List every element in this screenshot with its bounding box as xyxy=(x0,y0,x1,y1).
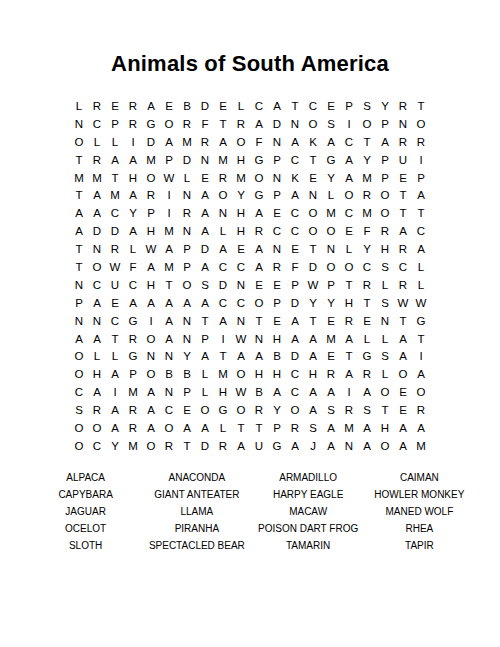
grid-cell: N xyxy=(214,205,232,223)
grid-cell: E xyxy=(214,98,232,116)
grid-cell: P xyxy=(178,241,196,259)
grid-cell: Y xyxy=(358,241,376,259)
grid-cell: U xyxy=(250,438,268,456)
grid-cell: Y xyxy=(322,295,340,313)
grid-cell: R xyxy=(268,259,286,277)
grid-cell: J xyxy=(304,438,322,456)
grid-cell: S xyxy=(376,259,394,277)
grid-cell: O xyxy=(376,187,394,205)
grid-cell: I xyxy=(412,348,430,366)
grid-cell: G xyxy=(322,152,340,170)
grid-cell: A xyxy=(322,438,340,456)
grid-cell: A xyxy=(358,420,376,438)
grid-cell: G xyxy=(124,348,142,366)
grid-cell: L xyxy=(376,331,394,349)
grid-cell: A xyxy=(106,402,124,420)
grid-cell: A xyxy=(286,134,304,152)
grid-cell: A xyxy=(214,134,232,152)
grid-cell: T xyxy=(412,205,430,223)
grid-cell: D xyxy=(268,116,286,134)
grid-cell: O xyxy=(304,223,322,241)
grid-cell: E xyxy=(394,384,412,402)
grid-cell: E xyxy=(322,98,340,116)
grid-cell: T xyxy=(178,438,196,456)
grid-cell: H xyxy=(232,152,250,170)
grid-cell: A xyxy=(142,420,160,438)
grid-cell: L xyxy=(412,259,430,277)
grid-cell: R xyxy=(358,187,376,205)
grid-cell: A xyxy=(250,205,268,223)
grid-cell: A xyxy=(142,259,160,277)
grid-cell: A xyxy=(70,205,88,223)
grid-cell: W xyxy=(232,384,250,402)
grid-cell: E xyxy=(250,277,268,295)
grid-cell: K xyxy=(304,134,322,152)
grid-cell: W xyxy=(142,241,160,259)
grid-cell: M xyxy=(214,366,232,384)
grid-cell: C xyxy=(88,277,106,295)
grid-cell: O xyxy=(178,277,196,295)
grid-cell: T xyxy=(106,331,124,349)
grid-cell: N xyxy=(142,348,160,366)
grid-cell: L xyxy=(88,134,106,152)
grid-cell: E xyxy=(358,313,376,331)
grid-cell: I xyxy=(340,116,358,134)
word-list-item: ARMADILLO xyxy=(253,469,364,486)
grid-cell: O xyxy=(376,205,394,223)
grid-cell: C xyxy=(214,259,232,277)
grid-cell: R xyxy=(340,313,358,331)
grid-cell: W xyxy=(160,170,178,188)
grid-cell: T xyxy=(70,187,88,205)
grid-cell: W xyxy=(232,331,250,349)
grid-cell: R xyxy=(160,438,178,456)
grid-cell: A xyxy=(394,420,412,438)
grid-cell: A xyxy=(70,331,88,349)
grid-cell: T xyxy=(160,277,178,295)
grid-cell: S xyxy=(322,402,340,420)
grid-cell: Y xyxy=(322,170,340,188)
grid-cell: D xyxy=(88,223,106,241)
word-list-item: MANED WOLF xyxy=(364,503,475,520)
grid-cell: I xyxy=(106,384,124,402)
grid-cell: C xyxy=(106,313,124,331)
grid-cell: T xyxy=(250,313,268,331)
grid-cell: P xyxy=(70,295,88,313)
grid-cell: A xyxy=(322,384,340,402)
grid-cell: M xyxy=(70,170,88,188)
grid-cell: C xyxy=(88,116,106,134)
grid-cell: W xyxy=(106,259,124,277)
grid-cell: U xyxy=(106,277,124,295)
grid-cell: E xyxy=(304,170,322,188)
grid-cell: M xyxy=(322,331,340,349)
grid-cell: P xyxy=(268,420,286,438)
grid-cell: L xyxy=(124,241,142,259)
grid-cell: O xyxy=(322,223,340,241)
word-list-item: TAPIR xyxy=(364,537,475,554)
grid-cell: A xyxy=(196,205,214,223)
grid-cell: R xyxy=(250,402,268,420)
word-list-item: RHEA xyxy=(364,520,475,537)
grid-cell: T xyxy=(232,420,250,438)
grid-cell: R xyxy=(88,402,106,420)
grid-cell: G xyxy=(214,402,232,420)
grid-cell: A xyxy=(88,205,106,223)
grid-cell: N xyxy=(70,116,88,134)
grid-cell: M xyxy=(160,259,178,277)
grid-cell: R xyxy=(376,223,394,241)
grid-cell: R xyxy=(196,134,214,152)
grid-cell: L xyxy=(412,277,430,295)
grid-cell: A xyxy=(376,134,394,152)
grid-cell: H xyxy=(142,277,160,295)
grid-cell: C xyxy=(286,152,304,170)
grid-cell: C xyxy=(124,277,142,295)
grid-cell: A xyxy=(88,331,106,349)
grid-cell: R xyxy=(286,420,304,438)
grid-cell: Y xyxy=(178,348,196,366)
grid-cell: D xyxy=(178,152,196,170)
grid-cell: A xyxy=(250,348,268,366)
grid-cell: L xyxy=(178,170,196,188)
grid-cell: G xyxy=(412,313,430,331)
grid-cell: A xyxy=(106,366,124,384)
grid-cell: G xyxy=(142,116,160,134)
grid-cell: P xyxy=(196,331,214,349)
grid-cell: E xyxy=(232,241,250,259)
grid-cell: E xyxy=(106,98,124,116)
grid-cell: M xyxy=(322,205,340,223)
grid-cell: H xyxy=(232,205,250,223)
grid-cell: I xyxy=(412,152,430,170)
grid-cell: O xyxy=(88,420,106,438)
grid-cell: O xyxy=(70,366,88,384)
grid-cell: A xyxy=(340,152,358,170)
grid-cell: R xyxy=(124,331,142,349)
word-list-item: POISON DART FROG xyxy=(253,520,364,537)
grid-cell: E xyxy=(394,402,412,420)
grid-cell: O xyxy=(394,366,412,384)
grid-cell: A xyxy=(160,331,178,349)
grid-cell: B xyxy=(178,98,196,116)
grid-cell: A xyxy=(358,384,376,402)
grid-cell: P xyxy=(376,152,394,170)
grid-cell: C xyxy=(394,259,412,277)
grid-cell: O xyxy=(142,438,160,456)
grid-cell: H xyxy=(268,331,286,349)
grid-cell: M xyxy=(358,170,376,188)
grid-cell: R xyxy=(250,223,268,241)
grid-cell: M xyxy=(88,170,106,188)
grid-cell: E xyxy=(340,223,358,241)
grid-cell: L xyxy=(376,277,394,295)
grid-cell: O xyxy=(88,259,106,277)
grid-cell: H xyxy=(340,295,358,313)
grid-cell: O xyxy=(412,384,430,402)
grid-cell: C xyxy=(232,295,250,313)
grid-cell: A xyxy=(412,366,430,384)
grid-cell: R xyxy=(124,98,142,116)
grid-cell: E xyxy=(322,313,340,331)
grid-cell: P xyxy=(142,205,160,223)
grid-cell: A xyxy=(394,348,412,366)
grid-cell: W xyxy=(412,295,430,313)
grid-cell: L xyxy=(88,348,106,366)
grid-cell: A xyxy=(232,438,250,456)
grid-cell: F xyxy=(124,259,142,277)
grid-cell: A xyxy=(214,241,232,259)
word-list-item: OCELOT xyxy=(30,520,141,537)
grid-cell: R xyxy=(232,116,250,134)
grid-cell: R xyxy=(322,366,340,384)
grid-cell: E xyxy=(268,313,286,331)
grid-cell: W xyxy=(304,277,322,295)
grid-cell: R xyxy=(394,277,412,295)
grid-cell: L xyxy=(214,420,232,438)
grid-cell: A xyxy=(88,295,106,313)
grid-cell: N xyxy=(160,348,178,366)
grid-cell: R xyxy=(412,134,430,152)
grid-cell: N xyxy=(286,116,304,134)
grid-cell: L xyxy=(376,366,394,384)
grid-cell: A xyxy=(196,295,214,313)
grid-cell: A xyxy=(412,241,430,259)
word-list-item: CAPYBARA xyxy=(30,486,141,503)
grid-cell: P xyxy=(268,187,286,205)
grid-cell: L xyxy=(106,348,124,366)
grid-cell: T xyxy=(304,241,322,259)
grid-cell: C xyxy=(340,205,358,223)
grid-cell: L xyxy=(358,331,376,349)
grid-cell: H xyxy=(268,366,286,384)
grid-cell: P xyxy=(178,259,196,277)
grid-cell: C xyxy=(358,259,376,277)
grid-cell: N xyxy=(178,223,196,241)
grid-cell: A xyxy=(142,402,160,420)
grid-cell: N xyxy=(268,134,286,152)
grid-cell: P xyxy=(178,384,196,402)
grid-cell: A xyxy=(412,420,430,438)
grid-cell: C xyxy=(340,134,358,152)
grid-cell: N xyxy=(250,331,268,349)
word-list-item: ALPACA xyxy=(30,469,141,486)
grid-cell: O xyxy=(142,170,160,188)
grid-cell: R xyxy=(214,438,232,456)
grid-cell: H xyxy=(250,366,268,384)
grid-cell: O xyxy=(250,170,268,188)
grid-cell: S xyxy=(358,402,376,420)
grid-cell: Y xyxy=(376,98,394,116)
grid-cell: E xyxy=(394,170,412,188)
grid-cell: O xyxy=(340,259,358,277)
grid-cell: R xyxy=(124,420,142,438)
grid-cell: R xyxy=(394,241,412,259)
word-list-item: GIANT ANTEATER xyxy=(141,486,252,503)
grid-cell: M xyxy=(124,438,142,456)
grid-cell: N xyxy=(232,313,250,331)
grid-cell: L xyxy=(232,98,250,116)
grid-cell: T xyxy=(214,116,232,134)
grid-cell: N xyxy=(268,170,286,188)
grid-cell: R xyxy=(178,116,196,134)
grid-cell: I xyxy=(124,134,142,152)
grid-cell: H xyxy=(214,384,232,402)
grid-cell: A xyxy=(196,259,214,277)
word-list-item: MACAW xyxy=(253,503,364,520)
grid-cell: A xyxy=(232,348,250,366)
grid-cell: R xyxy=(106,241,124,259)
grid-cell: C xyxy=(250,98,268,116)
grid-cell: A xyxy=(160,241,178,259)
grid-cell: A xyxy=(196,223,214,241)
grid-cell: S xyxy=(304,420,322,438)
grid-cell: M xyxy=(340,420,358,438)
grid-cell: E xyxy=(268,277,286,295)
grid-cell: G xyxy=(358,348,376,366)
word-list-item: SPECTACLED BEAR xyxy=(141,537,252,554)
grid-cell: G xyxy=(124,313,142,331)
grid-cell: T xyxy=(412,98,430,116)
grid-cell: A xyxy=(304,384,322,402)
grid-cell: R xyxy=(214,170,232,188)
grid-cell: S xyxy=(376,295,394,313)
grid-cell: P xyxy=(322,277,340,295)
grid-cell: D xyxy=(142,134,160,152)
grid-cell: P xyxy=(124,366,142,384)
grid-cell: R xyxy=(124,116,142,134)
grid-cell: I xyxy=(160,187,178,205)
grid-cell: T xyxy=(304,313,322,331)
grid-cell: Y xyxy=(232,187,250,205)
grid-cell: I xyxy=(214,331,232,349)
grid-cell: O xyxy=(286,402,304,420)
grid-cell: N xyxy=(340,438,358,456)
grid-cell: O xyxy=(304,116,322,134)
grid-cell: E xyxy=(268,205,286,223)
grid-cell: Y xyxy=(106,438,124,456)
grid-cell: Y xyxy=(124,205,142,223)
grid-cell: G xyxy=(250,152,268,170)
grid-cell: D xyxy=(106,223,124,241)
grid-cell: R xyxy=(178,205,196,223)
grid-cell: A xyxy=(286,438,304,456)
grid-cell: B xyxy=(160,366,178,384)
grid-cell: A xyxy=(106,152,124,170)
grid-cell: A xyxy=(268,384,286,402)
word-list-item: TAMARIN xyxy=(253,537,364,554)
grid-cell: C xyxy=(286,223,304,241)
grid-cell: M xyxy=(178,134,196,152)
grid-cell: A xyxy=(322,134,340,152)
grid-cell: N xyxy=(232,277,250,295)
grid-cell: L xyxy=(196,384,214,402)
grid-cell: O xyxy=(232,402,250,420)
grid-cell: A xyxy=(124,295,142,313)
word-list: ALPACAANACONDAARMADILLOCAIMANCAPYBARAGIA… xyxy=(30,469,475,554)
grid-cell: A xyxy=(250,259,268,277)
grid-cell: P xyxy=(268,295,286,313)
grid-cell: O xyxy=(70,348,88,366)
grid-cell: L xyxy=(106,134,124,152)
grid-cell: A xyxy=(88,187,106,205)
grid-cell: T xyxy=(394,205,412,223)
grid-cell: A xyxy=(268,98,286,116)
grid-cell: T xyxy=(358,134,376,152)
grid-cell: T xyxy=(304,152,322,170)
grid-cell: A xyxy=(196,187,214,205)
grid-cell: O xyxy=(70,420,88,438)
grid-cell: E xyxy=(322,348,340,366)
grid-cell: R xyxy=(358,277,376,295)
grid-cell: C xyxy=(214,295,232,313)
word-list-item: SLOTH xyxy=(30,537,141,554)
grid-cell: O xyxy=(160,420,178,438)
grid-cell: N xyxy=(376,313,394,331)
grid-cell: A xyxy=(124,152,142,170)
grid-cell: O xyxy=(358,116,376,134)
grid-cell: T xyxy=(394,187,412,205)
grid-cell: T xyxy=(358,295,376,313)
grid-cell: E xyxy=(160,98,178,116)
grid-cell: A xyxy=(340,170,358,188)
grid-cell: F xyxy=(358,223,376,241)
grid-cell: O xyxy=(376,384,394,402)
grid-cell: N xyxy=(268,241,286,259)
grid-cell: G xyxy=(268,438,286,456)
grid-cell: B xyxy=(250,384,268,402)
grid-cell: O xyxy=(412,116,430,134)
grid-cell: O xyxy=(214,187,232,205)
grid-cell: H xyxy=(124,170,142,188)
grid-cell: L xyxy=(70,98,88,116)
grid-cell: R xyxy=(394,134,412,152)
grid-cell: C xyxy=(88,438,106,456)
grid-cell: A xyxy=(286,313,304,331)
word-list-item: HARPY EAGLE xyxy=(253,486,364,503)
grid-cell: M xyxy=(124,384,142,402)
grid-cell: A xyxy=(142,98,160,116)
grid-cell: P xyxy=(412,170,430,188)
grid-cell: I xyxy=(142,313,160,331)
word-list-item: CAIMAN xyxy=(364,469,475,486)
grid-cell: O xyxy=(142,331,160,349)
grid-cell: O xyxy=(232,366,250,384)
grid-cell: N xyxy=(322,241,340,259)
grid-cell: A xyxy=(142,295,160,313)
grid-cell: T xyxy=(70,259,88,277)
grid-cell: C xyxy=(232,259,250,277)
grid-cell: A xyxy=(124,187,142,205)
grid-cell: M xyxy=(160,223,178,241)
grid-cell: B xyxy=(268,348,286,366)
grid-cell: F xyxy=(196,116,214,134)
grid-cell: O xyxy=(322,259,340,277)
word-list-item: HOWLER MONKEY xyxy=(364,486,475,503)
grid-cell: S xyxy=(322,116,340,134)
puzzle-title: Animals of South America xyxy=(0,51,500,77)
grid-cell: H xyxy=(142,223,160,241)
grid-cell: H xyxy=(88,366,106,384)
grid-cell: P xyxy=(376,116,394,134)
grid-cell: T xyxy=(70,152,88,170)
grid-cell: N xyxy=(394,116,412,134)
grid-cell: M xyxy=(412,438,430,456)
grid-cell: E xyxy=(106,295,124,313)
grid-cell: P xyxy=(268,152,286,170)
grid-cell: T xyxy=(340,277,358,295)
grid-cell: N xyxy=(196,152,214,170)
